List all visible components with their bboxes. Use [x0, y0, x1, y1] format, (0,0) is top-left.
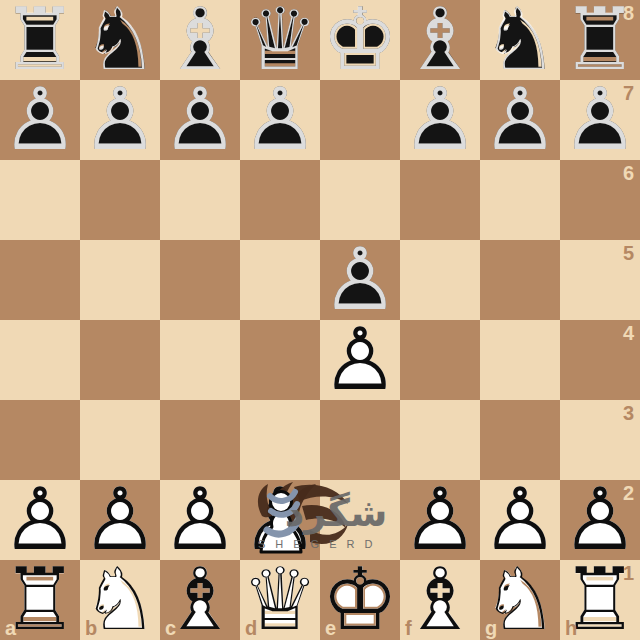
square-d3[interactable] [240, 400, 320, 480]
square-d8[interactable]: ♛♕ [240, 0, 320, 80]
square-f8[interactable]: ♝♗ [400, 0, 480, 80]
square-a2[interactable]: ♟♙ [0, 480, 80, 560]
square-g4[interactable] [480, 320, 560, 400]
square-c5[interactable] [160, 240, 240, 320]
piece-black-pawn[interactable]: ♟♙ [480, 80, 560, 160]
square-b2[interactable]: ♟♙ [80, 480, 160, 560]
piece-white-pawn[interactable]: ♟♙ [320, 320, 400, 400]
chess-board: ♜♖♞♘♝♗♛♕♚♔♝♗♞♘♜♖8♟♙♟♙♟♙♟♙♟♙♟♙♟♙76♟♙5♟♙43… [0, 0, 640, 640]
rank-label-8: 8 [623, 3, 634, 23]
file-label-e: e [325, 618, 336, 638]
piece-black-pawn[interactable]: ♟♙ [240, 80, 320, 160]
piece-black-queen[interactable]: ♛♕ [240, 0, 320, 80]
square-h2[interactable]: ♟♙2 [560, 480, 640, 560]
piece-black-king[interactable]: ♚♔ [320, 0, 400, 80]
piece-black-pawn[interactable]: ♟♙ [160, 80, 240, 160]
square-a8[interactable]: ♜♖ [0, 0, 80, 80]
square-d6[interactable] [240, 160, 320, 240]
rank-label-6: 6 [623, 163, 634, 183]
file-label-h: h [565, 618, 577, 638]
square-c8[interactable]: ♝♗ [160, 0, 240, 80]
file-label-a: a [5, 618, 16, 638]
square-h7[interactable]: ♟♙7 [560, 80, 640, 160]
file-label-c: c [165, 618, 176, 638]
square-b4[interactable] [80, 320, 160, 400]
square-h3[interactable]: 3 [560, 400, 640, 480]
square-e8[interactable]: ♚♔ [320, 0, 400, 80]
square-d2[interactable]: ♟♙ [240, 480, 320, 560]
square-c4[interactable] [160, 320, 240, 400]
square-d4[interactable] [240, 320, 320, 400]
rank-label-1: 1 [623, 563, 634, 583]
piece-black-pawn[interactable]: ♟♙ [400, 80, 480, 160]
square-h4[interactable]: 4 [560, 320, 640, 400]
piece-black-pawn[interactable]: ♟♙ [80, 80, 160, 160]
square-f1[interactable]: ♝♗f [400, 560, 480, 640]
square-e2[interactable] [320, 480, 400, 560]
square-d1[interactable]: ♛♕d [240, 560, 320, 640]
piece-black-rook[interactable]: ♜♖ [0, 0, 80, 80]
piece-white-pawn[interactable]: ♟♙ [400, 480, 480, 560]
piece-white-pawn[interactable]: ♟♙ [480, 480, 560, 560]
file-label-g: g [485, 618, 497, 638]
piece-black-knight[interactable]: ♞♘ [80, 0, 160, 80]
piece-white-pawn[interactable]: ♟♙ [160, 480, 240, 560]
square-g8[interactable]: ♞♘ [480, 0, 560, 80]
square-a3[interactable] [0, 400, 80, 480]
square-f7[interactable]: ♟♙ [400, 80, 480, 160]
square-f6[interactable] [400, 160, 480, 240]
square-g5[interactable] [480, 240, 560, 320]
square-a4[interactable] [0, 320, 80, 400]
square-b7[interactable]: ♟♙ [80, 80, 160, 160]
piece-black-knight[interactable]: ♞♘ [480, 0, 560, 80]
square-b8[interactable]: ♞♘ [80, 0, 160, 80]
square-g6[interactable] [480, 160, 560, 240]
piece-white-pawn[interactable]: ♟♙ [0, 480, 80, 560]
piece-white-pawn[interactable]: ♟♙ [240, 480, 320, 560]
square-h6[interactable]: 6 [560, 160, 640, 240]
square-e4[interactable]: ♟♙ [320, 320, 400, 400]
square-b3[interactable] [80, 400, 160, 480]
square-a1[interactable]: ♜♖a [0, 560, 80, 640]
square-g2[interactable]: ♟♙ [480, 480, 560, 560]
square-e5[interactable]: ♟♙ [320, 240, 400, 320]
square-c7[interactable]: ♟♙ [160, 80, 240, 160]
square-f4[interactable] [400, 320, 480, 400]
square-e7[interactable] [320, 80, 400, 160]
file-label-b: b [85, 618, 97, 638]
square-a6[interactable] [0, 160, 80, 240]
square-g1[interactable]: ♞♘g [480, 560, 560, 640]
square-g7[interactable]: ♟♙ [480, 80, 560, 160]
square-h8[interactable]: ♜♖8 [560, 0, 640, 80]
square-d7[interactable]: ♟♙ [240, 80, 320, 160]
piece-black-bishop[interactable]: ♝♗ [160, 0, 240, 80]
square-a5[interactable] [0, 240, 80, 320]
piece-black-pawn[interactable]: ♟♙ [320, 240, 400, 320]
piece-black-bishop[interactable]: ♝♗ [400, 0, 480, 80]
square-c3[interactable] [160, 400, 240, 480]
square-f2[interactable]: ♟♙ [400, 480, 480, 560]
square-c2[interactable]: ♟♙ [160, 480, 240, 560]
square-b5[interactable] [80, 240, 160, 320]
square-f5[interactable] [400, 240, 480, 320]
square-h5[interactable]: 5 [560, 240, 640, 320]
square-h1[interactable]: ♜♖1h [560, 560, 640, 640]
rank-label-4: 4 [623, 323, 634, 343]
square-b6[interactable] [80, 160, 160, 240]
file-label-d: d [245, 618, 257, 638]
square-e3[interactable] [320, 400, 400, 480]
rank-label-5: 5 [623, 243, 634, 263]
square-e6[interactable] [320, 160, 400, 240]
piece-white-pawn[interactable]: ♟♙ [80, 480, 160, 560]
rank-label-2: 2 [623, 483, 634, 503]
chess-board-wrap: ♜♖♞♘♝♗♛♕♚♔♝♗♞♘♜♖8♟♙♟♙♟♙♟♙♟♙♟♙♟♙76♟♙5♟♙43… [0, 0, 640, 640]
piece-black-pawn[interactable]: ♟♙ [0, 80, 80, 160]
piece-white-bishop[interactable]: ♝♗ [400, 560, 480, 640]
rank-label-7: 7 [623, 83, 634, 103]
file-label-f: f [405, 618, 412, 638]
square-e1[interactable]: ♚♔e [320, 560, 400, 640]
square-f3[interactable] [400, 400, 480, 480]
square-d5[interactable] [240, 240, 320, 320]
square-c1[interactable]: ♝♗c [160, 560, 240, 640]
square-a7[interactable]: ♟♙ [0, 80, 80, 160]
square-b1[interactable]: ♞♘b [80, 560, 160, 640]
square-c6[interactable] [160, 160, 240, 240]
square-g3[interactable] [480, 400, 560, 480]
rank-label-3: 3 [623, 403, 634, 423]
